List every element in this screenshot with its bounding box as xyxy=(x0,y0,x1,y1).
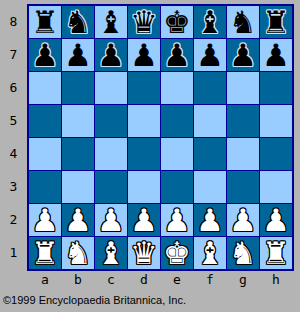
rank-label-4: 4 xyxy=(0,138,27,170)
rank-label-3: 3 xyxy=(0,171,27,203)
square-e7[interactable]: ♟ xyxy=(161,39,193,71)
square-c7[interactable]: ♟ xyxy=(95,39,127,71)
square-d5[interactable] xyxy=(128,105,160,137)
file-label-a: a xyxy=(29,272,61,288)
square-d3[interactable] xyxy=(128,171,160,203)
square-d8[interactable]: ♛ xyxy=(128,6,160,38)
square-a8[interactable]: ♜ xyxy=(29,6,61,38)
square-h8[interactable]: ♜ xyxy=(260,6,292,38)
black-pawn[interactable]: ♟ xyxy=(196,39,224,71)
square-b5[interactable] xyxy=(62,105,94,137)
square-b7[interactable]: ♟ xyxy=(62,39,94,71)
square-h3[interactable] xyxy=(260,171,292,203)
file-labels: abcdefgh xyxy=(29,272,292,288)
black-knight[interactable]: ♞ xyxy=(64,6,92,38)
square-g4[interactable] xyxy=(227,138,259,170)
black-pawn[interactable]: ♟ xyxy=(31,39,59,71)
white-pawn[interactable]: ♟ xyxy=(262,204,290,236)
chess-diagram-page: 87654321 ♜♞♝♛♚♝♞♜♟♟♟♟♟♟♟♟♟♟♟♟♟♟♟♟♜♞♝♛♚♝♞… xyxy=(0,0,300,312)
white-pawn[interactable]: ♟ xyxy=(130,204,158,236)
square-b1[interactable]: ♞ xyxy=(62,237,94,269)
white-rook[interactable]: ♜ xyxy=(262,237,290,269)
square-a1[interactable]: ♜ xyxy=(29,237,61,269)
square-f6[interactable] xyxy=(194,72,226,104)
square-f4[interactable] xyxy=(194,138,226,170)
file-label-g: g xyxy=(227,272,259,288)
square-h2[interactable]: ♟ xyxy=(260,204,292,236)
file-label-b: b xyxy=(62,272,94,288)
rank-label-1: 1 xyxy=(0,237,27,269)
white-pawn[interactable]: ♟ xyxy=(163,204,191,236)
white-pawn[interactable]: ♟ xyxy=(31,204,59,236)
white-bishop[interactable]: ♝ xyxy=(97,237,125,269)
square-g2[interactable]: ♟ xyxy=(227,204,259,236)
square-f1[interactable]: ♝ xyxy=(194,237,226,269)
white-pawn[interactable]: ♟ xyxy=(196,204,224,236)
black-pawn[interactable]: ♟ xyxy=(229,39,257,71)
square-h6[interactable] xyxy=(260,72,292,104)
square-h1[interactable]: ♜ xyxy=(260,237,292,269)
white-knight[interactable]: ♞ xyxy=(64,237,92,269)
white-knight[interactable]: ♞ xyxy=(229,237,257,269)
square-d2[interactable]: ♟ xyxy=(128,204,160,236)
rank-label-5: 5 xyxy=(0,105,27,137)
square-c1[interactable]: ♝ xyxy=(95,237,127,269)
square-e4[interactable] xyxy=(161,138,193,170)
square-b8[interactable]: ♞ xyxy=(62,6,94,38)
square-b3[interactable] xyxy=(62,171,94,203)
file-label-h: h xyxy=(260,272,292,288)
square-b6[interactable] xyxy=(62,72,94,104)
black-bishop[interactable]: ♝ xyxy=(196,6,224,38)
square-b4[interactable] xyxy=(62,138,94,170)
square-d7[interactable]: ♟ xyxy=(128,39,160,71)
square-g7[interactable]: ♟ xyxy=(227,39,259,71)
square-d4[interactable] xyxy=(128,138,160,170)
square-h4[interactable] xyxy=(260,138,292,170)
file-label-c: c xyxy=(95,272,127,288)
white-pawn[interactable]: ♟ xyxy=(64,204,92,236)
white-pawn[interactable]: ♟ xyxy=(229,204,257,236)
rank-label-7: 7 xyxy=(0,39,27,71)
square-d1[interactable]: ♛ xyxy=(128,237,160,269)
black-king[interactable]: ♚ xyxy=(163,6,191,38)
chess-board: ♜♞♝♛♚♝♞♜♟♟♟♟♟♟♟♟♟♟♟♟♟♟♟♟♜♞♝♛♚♝♞♜ xyxy=(27,4,294,271)
file-label-f: f xyxy=(194,272,226,288)
black-pawn[interactable]: ♟ xyxy=(97,39,125,71)
white-king[interactable]: ♚ xyxy=(163,237,191,269)
black-pawn[interactable]: ♟ xyxy=(163,39,191,71)
black-knight[interactable]: ♞ xyxy=(229,6,257,38)
black-pawn[interactable]: ♟ xyxy=(130,39,158,71)
square-c8[interactable]: ♝ xyxy=(95,6,127,38)
square-e8[interactable]: ♚ xyxy=(161,6,193,38)
square-e1[interactable]: ♚ xyxy=(161,237,193,269)
square-c6[interactable] xyxy=(95,72,127,104)
square-a5[interactable] xyxy=(29,105,61,137)
square-c5[interactable] xyxy=(95,105,127,137)
square-a7[interactable]: ♟ xyxy=(29,39,61,71)
square-a3[interactable] xyxy=(29,171,61,203)
copyright-text: ©1999 Encyclopaedia Britannica, Inc. xyxy=(3,294,186,306)
black-pawn[interactable]: ♟ xyxy=(64,39,92,71)
square-c3[interactable] xyxy=(95,171,127,203)
square-f5[interactable] xyxy=(194,105,226,137)
square-g6[interactable] xyxy=(227,72,259,104)
black-pawn[interactable]: ♟ xyxy=(262,39,290,71)
square-a4[interactable] xyxy=(29,138,61,170)
square-e6[interactable] xyxy=(161,72,193,104)
white-rook[interactable]: ♜ xyxy=(31,237,59,269)
rank-label-8: 8 xyxy=(0,6,27,38)
square-f3[interactable] xyxy=(194,171,226,203)
square-h7[interactable]: ♟ xyxy=(260,39,292,71)
square-f8[interactable]: ♝ xyxy=(194,6,226,38)
rank-label-2: 2 xyxy=(0,204,27,236)
square-g1[interactable]: ♞ xyxy=(227,237,259,269)
square-e2[interactable]: ♟ xyxy=(161,204,193,236)
rank-label-6: 6 xyxy=(0,72,27,104)
white-queen[interactable]: ♛ xyxy=(130,237,158,269)
black-rook[interactable]: ♜ xyxy=(31,6,59,38)
square-b2[interactable]: ♟ xyxy=(62,204,94,236)
white-bishop[interactable]: ♝ xyxy=(196,237,224,269)
square-e5[interactable] xyxy=(161,105,193,137)
white-pawn[interactable]: ♟ xyxy=(97,204,125,236)
square-h5[interactable] xyxy=(260,105,292,137)
square-a6[interactable] xyxy=(29,72,61,104)
square-g8[interactable]: ♞ xyxy=(227,6,259,38)
square-g3[interactable] xyxy=(227,171,259,203)
square-c2[interactable]: ♟ xyxy=(95,204,127,236)
file-label-d: d xyxy=(128,272,160,288)
square-f2[interactable]: ♟ xyxy=(194,204,226,236)
black-rook[interactable]: ♜ xyxy=(262,6,290,38)
square-e3[interactable] xyxy=(161,171,193,203)
square-d6[interactable] xyxy=(128,72,160,104)
square-a2[interactable]: ♟ xyxy=(29,204,61,236)
rank-labels: 87654321 xyxy=(0,6,27,269)
black-bishop[interactable]: ♝ xyxy=(97,6,125,38)
square-g5[interactable] xyxy=(227,105,259,137)
square-f7[interactable]: ♟ xyxy=(194,39,226,71)
black-queen[interactable]: ♛ xyxy=(130,6,158,38)
square-c4[interactable] xyxy=(95,138,127,170)
file-label-e: e xyxy=(161,272,193,288)
